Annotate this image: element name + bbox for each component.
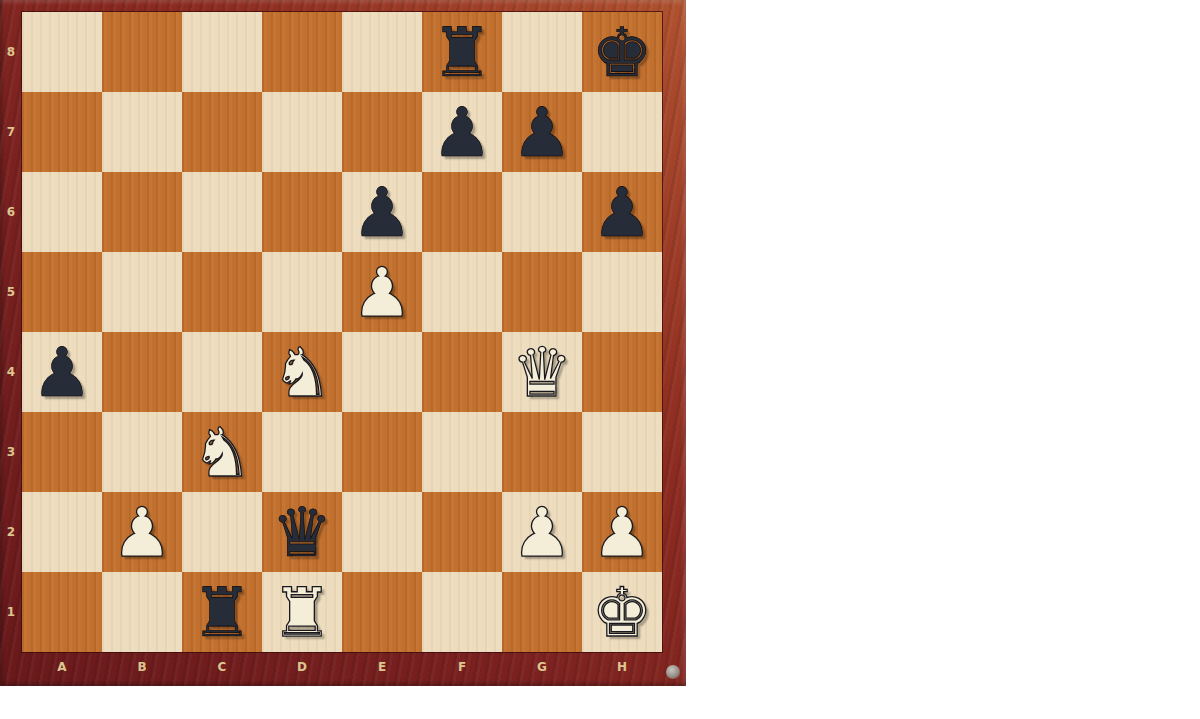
square-g3[interactable] — [502, 412, 582, 492]
square-c2[interactable] — [182, 492, 262, 572]
square-c8[interactable] — [182, 12, 262, 92]
white-rook-d1[interactable]: ♜ — [262, 572, 342, 652]
square-g2[interactable]: ♟ — [502, 492, 582, 572]
square-d6[interactable] — [262, 172, 342, 252]
square-b7[interactable] — [102, 92, 182, 172]
file-label-a: A — [22, 652, 102, 686]
page-background: { "game": "chess", "position": { "fen": … — [0, 0, 1200, 719]
square-h7[interactable] — [582, 92, 662, 172]
rank-label-1: 1 — [0, 572, 22, 652]
chess-board-frame: ♜♚♟♟♟♟♟♟♞♛♞♟♛♟♟♜♜♚ 87654321ABCDEFGH — [0, 0, 686, 686]
file-label-h: H — [582, 652, 662, 686]
file-label-e: E — [342, 652, 422, 686]
file-label-f: F — [422, 652, 502, 686]
square-a2[interactable] — [22, 492, 102, 572]
square-f1[interactable] — [422, 572, 502, 652]
square-a4[interactable]: ♟ — [22, 332, 102, 412]
corner-screw-icon — [666, 665, 680, 679]
white-knight-c3[interactable]: ♞ — [182, 412, 262, 492]
rank-label-8: 8 — [0, 12, 22, 92]
rank-label-7: 7 — [0, 92, 22, 172]
white-queen-g4[interactable]: ♛ — [502, 332, 582, 412]
square-b6[interactable] — [102, 172, 182, 252]
file-label-b: B — [102, 652, 182, 686]
square-h6[interactable]: ♟ — [582, 172, 662, 252]
white-pawn-e5[interactable]: ♟ — [342, 252, 422, 332]
square-a3[interactable] — [22, 412, 102, 492]
square-a1[interactable] — [22, 572, 102, 652]
square-d4[interactable]: ♞ — [262, 332, 342, 412]
white-knight-d4[interactable]: ♞ — [262, 332, 342, 412]
black-king-h8[interactable]: ♚ — [582, 12, 662, 92]
square-c4[interactable] — [182, 332, 262, 412]
file-label-c: C — [182, 652, 262, 686]
square-f6[interactable] — [422, 172, 502, 252]
rank-label-4: 4 — [0, 332, 22, 412]
white-pawn-g2[interactable]: ♟ — [502, 492, 582, 572]
square-f7[interactable]: ♟ — [422, 92, 502, 172]
file-label-g: G — [502, 652, 582, 686]
white-pawn-h2[interactable]: ♟ — [582, 492, 662, 572]
square-g4[interactable]: ♛ — [502, 332, 582, 412]
square-b4[interactable] — [102, 332, 182, 412]
square-a5[interactable] — [22, 252, 102, 332]
black-queen-d2[interactable]: ♛ — [262, 492, 342, 572]
black-pawn-a4[interactable]: ♟ — [22, 332, 102, 412]
square-c1[interactable]: ♜ — [182, 572, 262, 652]
square-c3[interactable]: ♞ — [182, 412, 262, 492]
square-e3[interactable] — [342, 412, 422, 492]
square-d1[interactable]: ♜ — [262, 572, 342, 652]
square-e7[interactable] — [342, 92, 422, 172]
square-e4[interactable] — [342, 332, 422, 412]
square-d2[interactable]: ♛ — [262, 492, 342, 572]
square-a8[interactable] — [22, 12, 102, 92]
square-c7[interactable] — [182, 92, 262, 172]
square-f3[interactable] — [422, 412, 502, 492]
file-label-d: D — [262, 652, 342, 686]
square-f4[interactable] — [422, 332, 502, 412]
square-g6[interactable] — [502, 172, 582, 252]
square-g5[interactable] — [502, 252, 582, 332]
square-h1[interactable]: ♚ — [582, 572, 662, 652]
black-rook-c1[interactable]: ♜ — [182, 572, 262, 652]
square-h4[interactable] — [582, 332, 662, 412]
square-e6[interactable]: ♟ — [342, 172, 422, 252]
rank-label-5: 5 — [0, 252, 22, 332]
rank-label-3: 3 — [0, 412, 22, 492]
black-rook-f8[interactable]: ♜ — [422, 12, 502, 92]
square-e2[interactable] — [342, 492, 422, 572]
square-f8[interactable]: ♜ — [422, 12, 502, 92]
square-d8[interactable] — [262, 12, 342, 92]
square-c5[interactable] — [182, 252, 262, 332]
square-c6[interactable] — [182, 172, 262, 252]
square-d7[interactable] — [262, 92, 342, 172]
square-b8[interactable] — [102, 12, 182, 92]
square-b1[interactable] — [102, 572, 182, 652]
rank-label-6: 6 — [0, 172, 22, 252]
black-pawn-f7[interactable]: ♟ — [422, 92, 502, 172]
black-pawn-e6[interactable]: ♟ — [342, 172, 422, 252]
square-d5[interactable] — [262, 252, 342, 332]
square-f5[interactable] — [422, 252, 502, 332]
square-g8[interactable] — [502, 12, 582, 92]
square-d3[interactable] — [262, 412, 342, 492]
square-h8[interactable]: ♚ — [582, 12, 662, 92]
square-e5[interactable]: ♟ — [342, 252, 422, 332]
square-b3[interactable] — [102, 412, 182, 492]
square-b2[interactable]: ♟ — [102, 492, 182, 572]
square-h3[interactable] — [582, 412, 662, 492]
white-pawn-b2[interactable]: ♟ — [102, 492, 182, 572]
square-h5[interactable] — [582, 252, 662, 332]
square-e1[interactable] — [342, 572, 422, 652]
black-pawn-g7[interactable]: ♟ — [502, 92, 582, 172]
square-g7[interactable]: ♟ — [502, 92, 582, 172]
black-pawn-h6[interactable]: ♟ — [582, 172, 662, 252]
square-a6[interactable] — [22, 172, 102, 252]
white-king-h1[interactable]: ♚ — [582, 572, 662, 652]
rank-label-2: 2 — [0, 492, 22, 572]
square-e8[interactable] — [342, 12, 422, 92]
square-g1[interactable] — [502, 572, 582, 652]
square-a7[interactable] — [22, 92, 102, 172]
square-h2[interactable]: ♟ — [582, 492, 662, 572]
square-b5[interactable] — [102, 252, 182, 332]
board-grid: ♜♚♟♟♟♟♟♟♞♛♞♟♛♟♟♜♜♚ — [22, 12, 662, 652]
square-f2[interactable] — [422, 492, 502, 572]
